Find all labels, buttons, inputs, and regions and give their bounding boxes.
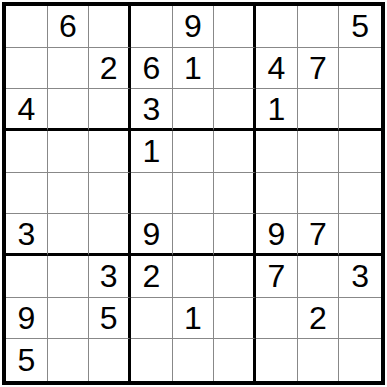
cell-r2c9[interactable] [339,48,381,90]
cell-r1c5: 9 [173,6,215,48]
cell-r5c4[interactable] [131,173,173,215]
cell-r3c5[interactable] [173,89,215,131]
cell-r1c1[interactable] [6,6,48,48]
cell-r1c3[interactable] [89,6,131,48]
cell-r1c2: 6 [48,6,90,48]
cell-r4c8[interactable] [298,131,340,173]
cell-r9c9 [339,339,381,381]
cell-r7c3: 3 [89,256,131,298]
cell-r7c7: 7 [256,256,298,298]
cell-r3c7: 1 [256,89,298,131]
cell-r3c9[interactable] [339,89,381,131]
cell-r7c5[interactable] [173,256,215,298]
cell-r8c8: 2 [298,298,340,340]
cell-r9c6 [214,339,256,381]
cell-r3c8[interactable] [298,89,340,131]
cell-r2c5: 1 [173,48,215,90]
cell-r8c9[interactable] [339,298,381,340]
cell-r4c7[interactable] [256,131,298,173]
cell-r1c6[interactable] [214,6,256,48]
cell-r9c8 [298,339,340,381]
sudoku-board: 6952614743113997327395125 [2,2,385,385]
cell-r6c3[interactable] [89,214,131,256]
cell-r8c3: 5 [89,298,131,340]
cell-r8c5: 1 [173,298,215,340]
cell-r1c7[interactable] [256,6,298,48]
cell-r8c7[interactable] [256,298,298,340]
cell-r9c4[interactable] [131,339,173,381]
cell-r3c3[interactable] [89,89,131,131]
cell-r8c4[interactable] [131,298,173,340]
cell-r4c3[interactable] [89,131,131,173]
cell-r5c3[interactable] [89,173,131,215]
cell-r4c9[interactable] [339,131,381,173]
cell-r9c5 [173,339,215,381]
cell-r7c9: 3 [339,256,381,298]
sudoku-page: 6952614743113997327395125 [0,0,387,387]
cell-r5c5[interactable] [173,173,215,215]
cell-r4c1[interactable] [6,131,48,173]
cell-r2c1[interactable] [6,48,48,90]
cell-r1c9: 5 [339,6,381,48]
cell-r6c8: 7 [298,214,340,256]
cell-r3c4: 3 [131,89,173,131]
cell-r8c1: 9 [6,298,48,340]
cell-r5c2[interactable] [48,173,90,215]
cell-r9c3[interactable] [89,339,131,381]
cell-r9c2[interactable] [48,339,90,381]
cell-r6c9[interactable] [339,214,381,256]
cell-r2c7: 4 [256,48,298,90]
cell-r2c8: 7 [298,48,340,90]
cell-r1c4[interactable] [131,6,173,48]
cell-r7c4: 2 [131,256,173,298]
cell-r3c2[interactable] [48,89,90,131]
cell-r2c2[interactable] [48,48,90,90]
cell-r4c2[interactable] [48,131,90,173]
cell-r6c5[interactable] [173,214,215,256]
cell-r3c1: 4 [6,89,48,131]
cell-r5c7[interactable] [256,173,298,215]
cell-r6c1: 3 [6,214,48,256]
cell-r7c1[interactable] [6,256,48,298]
cell-r9c7 [256,339,298,381]
cell-r3c6[interactable] [214,89,256,131]
cell-r4c4: 1 [131,131,173,173]
cell-r6c2[interactable] [48,214,90,256]
cell-r6c4: 9 [131,214,173,256]
cell-r7c6[interactable] [214,256,256,298]
cell-r4c6[interactable] [214,131,256,173]
cell-r5c9[interactable] [339,173,381,215]
cell-r5c8[interactable] [298,173,340,215]
cell-r6c6[interactable] [214,214,256,256]
cell-r7c8[interactable] [298,256,340,298]
cell-r9c1: 5 [6,339,48,381]
cell-r5c6[interactable] [214,173,256,215]
cell-r8c6[interactable] [214,298,256,340]
cell-r1c8[interactable] [298,6,340,48]
cell-r6c7: 9 [256,214,298,256]
cell-r7c2[interactable] [48,256,90,298]
cell-r2c3: 2 [89,48,131,90]
cell-r4c5[interactable] [173,131,215,173]
cell-r2c6[interactable] [214,48,256,90]
cell-r5c1[interactable] [6,173,48,215]
cell-r2c4: 6 [131,48,173,90]
cell-r8c2[interactable] [48,298,90,340]
